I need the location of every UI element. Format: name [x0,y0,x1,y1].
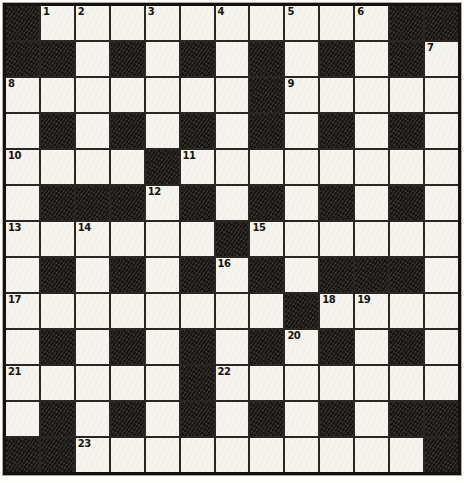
black-cell-r6c6 [216,222,249,256]
white-cell-r6c1[interactable] [41,222,74,256]
white-cell-r3c2[interactable] [76,114,109,148]
white-cell-r12c5[interactable] [181,438,214,472]
white-cell-r4c5[interactable]: 11 [181,150,214,184]
black-cell-r5c7 [250,186,283,220]
white-cell-r7c4[interactable] [146,258,179,292]
white-cell-r4c6[interactable] [216,150,249,184]
black-cell-r1c1 [41,42,74,76]
black-cell-r12c1 [41,438,74,472]
white-cell-r2c3[interactable] [111,78,144,112]
white-cell-r10c12[interactable] [425,366,458,400]
white-cell-r4c0[interactable]: 10 [6,150,39,184]
white-cell-r2c9[interactable] [320,78,353,112]
black-cell-r1c3 [111,42,144,76]
white-cell-r12c3[interactable] [111,438,144,472]
white-cell-r10c11[interactable] [390,366,423,400]
white-cell-r8c4[interactable] [146,294,179,328]
black-cell-r3c9 [320,114,353,148]
white-cell-r1c6[interactable] [216,42,249,76]
clue-number-5: 5 [287,6,293,17]
white-cell-r4c9[interactable] [320,150,353,184]
white-cell-r4c10[interactable] [355,150,388,184]
black-cell-r9c9 [320,330,353,364]
clue-number-6: 6 [357,6,363,17]
white-cell-r11c2[interactable] [76,402,109,436]
clue-number-11: 11 [183,150,196,161]
black-cell-r1c5 [181,42,214,76]
white-cell-r12c7[interactable] [250,438,283,472]
white-cell-r9c10[interactable] [355,330,388,364]
white-cell-r7c2[interactable] [76,258,109,292]
white-cell-r6c10[interactable] [355,222,388,256]
clue-number-1: 1 [43,6,49,17]
black-cell-r5c11 [390,186,423,220]
white-cell-r12c2[interactable]: 23 [76,438,109,472]
white-cell-r0c9[interactable] [320,6,353,40]
white-cell-r0c4[interactable]: 3 [146,6,179,40]
clue-number-9: 9 [287,78,293,89]
white-cell-r3c10[interactable] [355,114,388,148]
black-cell-r8c8 [285,294,318,328]
black-cell-r0c12 [425,6,458,40]
white-cell-r8c11[interactable] [390,294,423,328]
clue-number-14: 14 [78,222,91,233]
white-cell-r8c6[interactable] [216,294,249,328]
white-cell-r10c1[interactable] [41,366,74,400]
clue-number-22: 22 [218,366,231,377]
white-cell-r4c8[interactable] [285,150,318,184]
white-cell-r2c12[interactable] [425,78,458,112]
clue-number-4: 4 [218,6,224,17]
white-cell-r9c4[interactable] [146,330,179,364]
white-cell-r0c5[interactable] [181,6,214,40]
black-cell-r5c2 [76,186,109,220]
white-cell-r6c12[interactable] [425,222,458,256]
black-cell-r11c12 [425,402,458,436]
white-cell-r12c10[interactable] [355,438,388,472]
black-cell-r7c11 [390,258,423,292]
clue-number-19: 19 [357,294,370,305]
black-cell-r10c5 [181,366,214,400]
white-cell-r6c5[interactable] [181,222,214,256]
crossword-grid: 1234567891011121314151617181920212223 [6,6,458,472]
white-cell-r9c2[interactable] [76,330,109,364]
clue-number-10: 10 [8,150,21,161]
white-cell-r12c11[interactable] [390,438,423,472]
black-cell-r3c5 [181,114,214,148]
white-cell-r3c12[interactable] [425,114,458,148]
black-cell-r5c1 [41,186,74,220]
white-cell-r6c7[interactable]: 15 [250,222,283,256]
white-cell-r4c2[interactable] [76,150,109,184]
white-cell-r6c2[interactable]: 14 [76,222,109,256]
white-cell-r9c8[interactable]: 20 [285,330,318,364]
white-cell-r3c6[interactable] [216,114,249,148]
white-cell-r12c4[interactable] [146,438,179,472]
white-cell-r10c10[interactable] [355,366,388,400]
clue-number-13: 13 [8,222,21,233]
scanned-crossword-page: 1234567891011121314151617181920212223 [0,0,464,483]
black-cell-r2c7 [250,78,283,112]
black-cell-r0c11 [390,6,423,40]
white-cell-r11c8[interactable] [285,402,318,436]
clue-number-3: 3 [148,6,154,17]
black-cell-r12c12 [425,438,458,472]
white-cell-r2c10[interactable] [355,78,388,112]
white-cell-r0c1[interactable]: 1 [41,6,74,40]
white-cell-r7c6[interactable]: 16 [216,258,249,292]
white-cell-r10c8[interactable] [285,366,318,400]
white-cell-r4c7[interactable] [250,150,283,184]
white-cell-r11c0[interactable] [6,402,39,436]
white-cell-r1c2[interactable] [76,42,109,76]
white-cell-r1c4[interactable] [146,42,179,76]
white-cell-r10c0[interactable]: 21 [6,366,39,400]
black-cell-r3c11 [390,114,423,148]
white-cell-r8c9[interactable]: 18 [320,294,353,328]
black-cell-r4c4 [146,150,179,184]
clue-number-20: 20 [287,330,300,341]
clue-number-15: 15 [252,222,265,233]
white-cell-r1c8[interactable] [285,42,318,76]
clue-number-16: 16 [218,258,231,269]
white-cell-r2c0[interactable]: 8 [6,78,39,112]
black-cell-r9c5 [181,330,214,364]
white-cell-r5c0[interactable] [6,186,39,220]
white-cell-r5c8[interactable] [285,186,318,220]
white-cell-r4c12[interactable] [425,150,458,184]
black-cell-r11c3 [111,402,144,436]
white-cell-r10c7[interactable] [250,366,283,400]
white-cell-r2c11[interactable] [390,78,423,112]
black-cell-r9c11 [390,330,423,364]
white-cell-r6c8[interactable] [285,222,318,256]
black-cell-r1c9 [320,42,353,76]
white-cell-r0c2[interactable]: 2 [76,6,109,40]
clue-number-23: 23 [78,438,91,449]
black-cell-r3c3 [111,114,144,148]
black-cell-r7c7 [250,258,283,292]
white-cell-r4c1[interactable] [41,150,74,184]
white-cell-r2c6[interactable] [216,78,249,112]
white-cell-r2c2[interactable] [76,78,109,112]
white-cell-r3c0[interactable] [6,114,39,148]
white-cell-r12c8[interactable] [285,438,318,472]
white-cell-r8c10[interactable]: 19 [355,294,388,328]
white-cell-r2c5[interactable] [181,78,214,112]
white-cell-r0c10[interactable]: 6 [355,6,388,40]
black-cell-r11c1 [41,402,74,436]
white-cell-r3c4[interactable] [146,114,179,148]
clue-number-7: 7 [427,42,433,53]
white-cell-r1c10[interactable] [355,42,388,76]
black-cell-r1c7 [250,42,283,76]
black-cell-r11c9 [320,402,353,436]
white-cell-r12c9[interactable] [320,438,353,472]
white-cell-r0c3[interactable] [111,6,144,40]
black-cell-r7c5 [181,258,214,292]
black-cell-r11c5 [181,402,214,436]
clue-number-12: 12 [148,186,161,197]
white-cell-r0c8[interactable]: 5 [285,6,318,40]
white-cell-r9c6[interactable] [216,330,249,364]
black-cell-r7c10 [355,258,388,292]
white-cell-r5c4[interactable]: 12 [146,186,179,220]
black-cell-r5c3 [111,186,144,220]
white-cell-r8c0[interactable]: 17 [6,294,39,328]
white-cell-r7c0[interactable] [6,258,39,292]
black-cell-r7c1 [41,258,74,292]
white-cell-r2c4[interactable] [146,78,179,112]
white-cell-r6c4[interactable] [146,222,179,256]
white-cell-r6c3[interactable] [111,222,144,256]
black-cell-r3c1 [41,114,74,148]
white-cell-r6c0[interactable]: 13 [6,222,39,256]
white-cell-r2c8[interactable]: 9 [285,78,318,112]
clue-number-17: 17 [8,294,21,305]
black-cell-r9c7 [250,330,283,364]
white-cell-r3c8[interactable] [285,114,318,148]
black-cell-r1c11 [390,42,423,76]
clue-number-21: 21 [8,366,21,377]
white-cell-r7c12[interactable] [425,258,458,292]
black-cell-r5c9 [320,186,353,220]
white-cell-r8c5[interactable] [181,294,214,328]
white-cell-r5c6[interactable] [216,186,249,220]
white-cell-r11c10[interactable] [355,402,388,436]
white-cell-r5c12[interactable] [425,186,458,220]
black-cell-r7c3 [111,258,144,292]
black-cell-r5c5 [181,186,214,220]
white-cell-r11c4[interactable] [146,402,179,436]
white-cell-r11c6[interactable] [216,402,249,436]
white-cell-r12c6[interactable] [216,438,249,472]
black-cell-r0c0 [6,6,39,40]
clue-number-8: 8 [8,78,14,89]
black-cell-r12c0 [6,438,39,472]
white-cell-r2c1[interactable] [41,78,74,112]
white-cell-r10c3[interactable] [111,366,144,400]
black-cell-r1c0 [6,42,39,76]
white-cell-r0c6[interactable]: 4 [216,6,249,40]
white-cell-r4c11[interactable] [390,150,423,184]
black-cell-r9c1 [41,330,74,364]
white-cell-r10c6[interactable]: 22 [216,366,249,400]
white-cell-r8c2[interactable] [76,294,109,328]
white-cell-r1c12[interactable]: 7 [425,42,458,76]
white-cell-r4c3[interactable] [111,150,144,184]
white-cell-r8c7[interactable] [250,294,283,328]
white-cell-r0c7[interactable] [250,6,283,40]
white-cell-r10c9[interactable] [320,366,353,400]
white-cell-r9c0[interactable] [6,330,39,364]
white-cell-r7c8[interactable] [285,258,318,292]
white-cell-r8c1[interactable] [41,294,74,328]
black-cell-r11c11 [390,402,423,436]
white-cell-r5c10[interactable] [355,186,388,220]
black-cell-r3c7 [250,114,283,148]
clue-number-18: 18 [322,294,335,305]
white-cell-r9c12[interactable] [425,330,458,364]
white-cell-r10c4[interactable] [146,366,179,400]
crossword-board-frame: 1234567891011121314151617181920212223 [3,3,461,475]
black-cell-r9c3 [111,330,144,364]
black-cell-r7c9 [320,258,353,292]
white-cell-r6c9[interactable] [320,222,353,256]
clue-number-2: 2 [78,6,84,17]
black-cell-r11c7 [250,402,283,436]
white-cell-r10c2[interactable] [76,366,109,400]
white-cell-r6c11[interactable] [390,222,423,256]
white-cell-r8c12[interactable] [425,294,458,328]
white-cell-r8c3[interactable] [111,294,144,328]
